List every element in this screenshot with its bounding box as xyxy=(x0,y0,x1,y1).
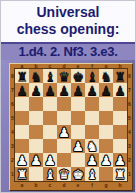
square-a2[interactable]: ♟ xyxy=(15,153,29,167)
rank-label: 6 xyxy=(127,97,132,111)
square-d7[interactable]: ♟ xyxy=(57,83,71,97)
square-h7[interactable]: ♟ xyxy=(113,83,127,97)
square-c7[interactable]: ♟ xyxy=(43,83,57,97)
square-g5[interactable] xyxy=(99,111,113,125)
title-line-1: Universal xyxy=(1,4,135,21)
piece-black-bishop[interactable]: ♝ xyxy=(43,69,57,83)
square-d8[interactable]: ♛ xyxy=(57,69,71,83)
chess-board: abcdefgh abcdefgh 87654321 87654321 ♜♞♝♛… xyxy=(9,63,133,191)
piece-white-king[interactable]: ♚ xyxy=(71,167,85,181)
square-c3[interactable] xyxy=(43,139,57,153)
square-h2[interactable]: ♟ xyxy=(113,153,127,167)
board-background: abcdefgh abcdefgh 87654321 87654321 ♜♞♝♛… xyxy=(1,60,135,193)
square-h6[interactable] xyxy=(113,97,127,111)
piece-white-knight[interactable]: ♞ xyxy=(85,139,99,153)
piece-white-pawn[interactable]: ♟ xyxy=(85,153,99,167)
square-f7[interactable]: ♟ xyxy=(85,83,99,97)
square-f4[interactable] xyxy=(85,125,99,139)
square-c4[interactable] xyxy=(43,125,57,139)
rank-label: 7 xyxy=(127,83,132,97)
square-b2[interactable]: ♟ xyxy=(29,153,43,167)
square-e4[interactable] xyxy=(71,125,85,139)
square-e5[interactable] xyxy=(71,111,85,125)
square-b4[interactable] xyxy=(29,125,43,139)
square-c1[interactable]: ♝ xyxy=(43,167,57,181)
piece-black-pawn[interactable]: ♟ xyxy=(29,83,43,97)
opening-diagram-card: Universal chess opening: 1.d4. 2. Nf3. 3… xyxy=(0,0,136,193)
rank-label: 4 xyxy=(127,125,132,139)
square-f6[interactable] xyxy=(85,97,99,111)
piece-black-pawn[interactable]: ♟ xyxy=(71,83,85,97)
square-f1[interactable]: ♝ xyxy=(85,167,99,181)
square-h1[interactable]: ♜ xyxy=(113,167,127,181)
moves-text: 1.d4. 2. Nf3. 3.e3. xyxy=(1,42,135,60)
piece-white-rook[interactable]: ♜ xyxy=(113,167,127,181)
square-c8[interactable]: ♝ xyxy=(43,69,57,83)
square-a7[interactable]: ♟ xyxy=(15,83,29,97)
rank-label: 3 xyxy=(127,139,132,153)
rank-label: 1 xyxy=(127,167,132,181)
piece-white-pawn[interactable]: ♟ xyxy=(43,153,57,167)
file-labels-bottom: abcdefgh xyxy=(15,180,127,190)
square-h4[interactable] xyxy=(113,125,127,139)
file-label: g xyxy=(99,180,113,190)
square-g8[interactable]: ♞ xyxy=(99,69,113,83)
square-b1[interactable] xyxy=(29,167,43,181)
square-c6[interactable] xyxy=(43,97,57,111)
rank-labels-right: 87654321 xyxy=(127,69,132,181)
square-f3[interactable]: ♞ xyxy=(85,139,99,153)
rank-label: 2 xyxy=(127,153,132,167)
piece-white-pawn[interactable]: ♟ xyxy=(29,153,43,167)
piece-black-pawn[interactable]: ♟ xyxy=(85,83,99,97)
square-h3[interactable] xyxy=(113,139,127,153)
square-e3[interactable]: ♟ xyxy=(71,139,85,153)
square-e6[interactable] xyxy=(71,97,85,111)
square-g1[interactable] xyxy=(99,167,113,181)
piece-white-pawn[interactable]: ♟ xyxy=(99,153,113,167)
square-h8[interactable]: ♜ xyxy=(113,69,127,83)
piece-black-queen[interactable]: ♛ xyxy=(57,69,71,83)
board-grid: ♜♞♝♛♚♝♞♜♟♟♟♟♟♟♟♟♟♟♞♟♟♟♟♟♟♜♝♛♚♝♜ xyxy=(15,69,127,181)
square-a4[interactable] xyxy=(15,125,29,139)
square-b7[interactable]: ♟ xyxy=(29,83,43,97)
square-d5[interactable] xyxy=(57,111,71,125)
piece-white-pawn[interactable]: ♟ xyxy=(71,139,85,153)
square-d1[interactable]: ♛ xyxy=(57,167,71,181)
piece-white-bishop[interactable]: ♝ xyxy=(43,167,57,181)
square-e2[interactable] xyxy=(71,153,85,167)
title-line-2: chess opening: xyxy=(1,21,135,38)
square-b3[interactable] xyxy=(29,139,43,153)
square-d4[interactable]: ♟ xyxy=(57,125,71,139)
piece-black-pawn[interactable]: ♟ xyxy=(15,83,29,97)
square-e8[interactable]: ♚ xyxy=(71,69,85,83)
piece-black-pawn[interactable]: ♟ xyxy=(99,83,113,97)
square-h5[interactable] xyxy=(113,111,127,125)
square-g6[interactable] xyxy=(99,97,113,111)
rank-label: 8 xyxy=(127,69,132,83)
piece-white-queen[interactable]: ♛ xyxy=(57,167,71,181)
square-d2[interactable] xyxy=(57,153,71,167)
square-f2[interactable]: ♟ xyxy=(85,153,99,167)
rank-label: 5 xyxy=(127,111,132,125)
piece-white-rook[interactable]: ♜ xyxy=(15,167,29,181)
piece-white-pawn[interactable]: ♟ xyxy=(113,153,127,167)
square-g2[interactable]: ♟ xyxy=(99,153,113,167)
page-title: Universal chess opening: xyxy=(1,1,135,42)
piece-black-rook[interactable]: ♜ xyxy=(113,69,127,83)
square-b8[interactable]: ♞ xyxy=(29,69,43,83)
square-f8[interactable]: ♝ xyxy=(85,69,99,83)
square-e7[interactable]: ♟ xyxy=(71,83,85,97)
piece-white-bishop[interactable]: ♝ xyxy=(85,167,99,181)
square-b6[interactable] xyxy=(29,97,43,111)
piece-white-pawn[interactable]: ♟ xyxy=(15,153,29,167)
square-e1[interactable]: ♚ xyxy=(71,167,85,181)
square-a3[interactable] xyxy=(15,139,29,153)
piece-black-king[interactable]: ♚ xyxy=(71,69,85,83)
square-d3[interactable] xyxy=(57,139,71,153)
piece-black-knight[interactable]: ♞ xyxy=(29,69,43,83)
piece-white-pawn[interactable]: ♟ xyxy=(57,125,71,139)
square-c2[interactable]: ♟ xyxy=(43,153,57,167)
piece-black-rook[interactable]: ♜ xyxy=(15,69,29,83)
square-a5[interactable] xyxy=(15,111,29,125)
square-a1[interactable]: ♜ xyxy=(15,167,29,181)
piece-black-knight[interactable]: ♞ xyxy=(99,69,113,83)
square-a8[interactable]: ♜ xyxy=(15,69,29,83)
file-label: b xyxy=(29,180,43,190)
piece-black-pawn[interactable]: ♟ xyxy=(57,83,71,97)
piece-black-pawn[interactable]: ♟ xyxy=(113,83,127,97)
square-b5[interactable] xyxy=(29,111,43,125)
square-c5[interactable] xyxy=(43,111,57,125)
square-g3[interactable] xyxy=(99,139,113,153)
piece-black-bishop[interactable]: ♝ xyxy=(85,69,99,83)
square-a6[interactable] xyxy=(15,97,29,111)
square-g4[interactable] xyxy=(99,125,113,139)
piece-black-pawn[interactable]: ♟ xyxy=(43,83,57,97)
square-f5[interactable] xyxy=(85,111,99,125)
square-g7[interactable]: ♟ xyxy=(99,83,113,97)
square-d6[interactable] xyxy=(57,97,71,111)
